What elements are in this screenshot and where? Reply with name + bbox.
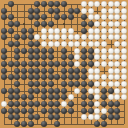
black-stone [88,54,94,60]
star-point [63,23,65,25]
black-stone [114,101,120,107]
black-stone [34,68,40,74]
black-stone [8,101,14,107]
black-stone [68,68,74,74]
black-stone [88,108,94,114]
go-board[interactable] [0,0,128,128]
white-stone [41,41,47,47]
black-stone [28,81,34,87]
white-stone [114,88,120,94]
black-stone [28,54,34,60]
black-stone [48,108,54,114]
white-stone [101,74,107,80]
white-stone [101,1,107,7]
white-stone [101,61,107,67]
white-stone [68,94,74,100]
black-stone [28,94,34,100]
white-stone [94,14,100,20]
black-stone [41,61,47,67]
black-stone [14,41,20,47]
black-stone [61,1,67,7]
black-stone [81,61,87,67]
black-stone [21,101,27,107]
white-stone [121,61,127,67]
black-stone [54,108,60,114]
black-stone [41,14,47,20]
black-stone [34,114,40,120]
black-stone [48,101,54,107]
black-stone [8,14,14,20]
black-stone [74,68,80,74]
black-stone [54,61,60,67]
black-stone [54,14,60,20]
black-stone [81,81,87,87]
white-stone [88,114,94,120]
black-stone [81,28,87,34]
black-stone [21,74,27,80]
black-stone [48,88,54,94]
white-stone [108,94,114,100]
black-stone [14,61,20,67]
white-stone [114,48,120,54]
white-stone [34,34,40,40]
white-stone [114,81,120,87]
black-stone [88,21,94,27]
black-stone [21,48,27,54]
white-stone [74,48,80,54]
white-stone [101,8,107,14]
black-stone [41,68,47,74]
black-stone [48,54,54,60]
black-stone [101,94,107,100]
black-stone [48,74,54,80]
black-stone [94,121,100,127]
black-stone [8,28,14,34]
white-stone [94,48,100,54]
white-stone [101,21,107,27]
white-stone [48,41,54,47]
black-stone [54,121,60,127]
black-stone [108,88,114,94]
black-stone [48,61,54,67]
white-stone [74,34,80,40]
black-stone [81,74,87,80]
white-stone [88,41,94,47]
white-stone [101,41,107,47]
white-stone [114,41,120,47]
white-stone [121,1,127,7]
black-stone [34,8,40,14]
black-stone [68,101,74,107]
black-stone [48,81,54,87]
white-stone [114,8,120,14]
black-stone [81,94,87,100]
white-stone [81,1,87,7]
black-stone [14,121,20,127]
white-stone [74,54,80,60]
white-stone [41,34,47,40]
white-stone [114,21,120,27]
black-stone [108,108,114,114]
black-stone [14,108,20,114]
black-stone [48,1,54,7]
black-stone [8,108,14,114]
white-stone [88,68,94,74]
white-stone [1,101,7,107]
black-stone [28,68,34,74]
black-stone [14,68,20,74]
black-stone [48,94,54,100]
black-stone [74,81,80,87]
white-stone [61,101,67,107]
black-stone [41,121,47,127]
black-stone [54,101,60,107]
white-stone [114,94,120,100]
white-stone [121,88,127,94]
black-stone [28,114,34,120]
black-stone [88,48,94,54]
white-stone [108,28,114,34]
black-stone [101,114,107,120]
black-stone [34,1,40,7]
white-stone [108,68,114,74]
white-stone [74,41,80,47]
black-stone [41,88,47,94]
white-stone [114,14,120,20]
black-stone [8,1,14,7]
white-stone [108,8,114,14]
white-stone [94,68,100,74]
white-stone [68,34,74,40]
black-stone [28,108,34,114]
black-stone [1,8,7,14]
black-stone [61,94,67,100]
black-stone [14,114,20,120]
black-stone [14,34,20,40]
black-stone [88,101,94,107]
white-stone [101,34,107,40]
black-stone [54,94,60,100]
black-stone [101,101,107,107]
black-stone [61,54,67,60]
black-stone [28,28,34,34]
white-stone [81,114,87,120]
black-stone [41,81,47,87]
black-stone [54,8,60,14]
white-stone [68,41,74,47]
black-stone [28,61,34,67]
white-stone [88,74,94,80]
white-stone [94,1,100,7]
white-stone [114,61,120,67]
black-stone [1,88,7,94]
black-stone [1,34,7,40]
black-stone [61,88,67,94]
black-stone [1,48,7,54]
white-stone [54,41,60,47]
white-stone [74,88,80,94]
white-stone [94,21,100,27]
white-stone [94,108,100,114]
black-stone [48,114,54,120]
black-stone [74,8,80,14]
white-stone [81,41,87,47]
white-stone [101,14,107,20]
black-stone [34,14,40,20]
black-stone [61,74,67,80]
black-stone [34,48,40,54]
black-stone [114,114,120,120]
black-stone [1,74,7,80]
white-stone [108,61,114,67]
white-stone [81,34,87,40]
white-stone [121,74,127,80]
white-stone [101,108,107,114]
black-stone [14,94,20,100]
white-stone [121,28,127,34]
black-stone [81,88,87,94]
black-stone [28,74,34,80]
black-stone [28,88,34,94]
black-stone [41,74,47,80]
black-stone [41,1,47,7]
black-stone [14,54,20,60]
black-stone [54,88,60,94]
white-stone [61,34,67,40]
black-stone [34,61,40,67]
black-stone [34,74,40,80]
black-stone [81,108,87,114]
white-stone [108,74,114,80]
black-stone [21,121,27,127]
white-stone [94,61,100,67]
white-stone [54,28,60,34]
black-stone [101,121,107,127]
black-stone [81,101,87,107]
white-stone [121,21,127,27]
white-stone [88,14,94,20]
black-stone [1,14,7,20]
black-stone [81,48,87,54]
black-stone [61,14,67,20]
white-stone [61,28,67,34]
black-stone [21,28,27,34]
white-stone [108,21,114,27]
white-stone [101,54,107,60]
black-stone [41,108,47,114]
black-stone [68,74,74,80]
black-stone [8,41,14,47]
black-stone [54,1,60,7]
white-stone [121,48,127,54]
black-stone [21,108,27,114]
white-stone [88,8,94,14]
black-stone [61,108,67,114]
white-stone [94,88,100,94]
black-stone [14,101,20,107]
black-stone [81,68,87,74]
white-stone [74,61,80,67]
white-stone [94,114,100,120]
white-stone [81,8,87,14]
black-stone [1,61,7,67]
black-stone [41,54,47,60]
black-stone [8,94,14,100]
black-stone [81,14,87,20]
black-stone [14,81,20,87]
white-stone [94,81,100,87]
black-stone [68,81,74,87]
black-stone [28,34,34,40]
white-stone [61,41,67,47]
white-stone [88,28,94,34]
white-stone [114,34,120,40]
black-stone [28,8,34,14]
black-stone [48,8,54,14]
black-stone [68,14,74,20]
white-stone [101,48,107,54]
black-stone [88,81,94,87]
black-stone [68,8,74,14]
black-stone [1,54,7,60]
white-stone [114,74,120,80]
white-stone [94,54,100,60]
black-stone [21,61,27,67]
black-stone [114,108,120,114]
white-stone [121,14,127,20]
black-stone [34,88,40,94]
black-stone [74,74,80,80]
white-stone [114,54,120,60]
black-stone [88,61,94,67]
white-stone [101,81,107,87]
black-stone [41,101,47,107]
black-stone [1,108,7,114]
black-stone [48,21,54,27]
black-stone [28,101,34,107]
white-stone [88,88,94,94]
white-stone [48,34,54,40]
white-stone [48,28,54,34]
white-stone [121,68,127,74]
white-stone [108,1,114,7]
white-stone [88,1,94,7]
white-stone [94,74,100,80]
black-stone [14,48,20,54]
black-stone [8,74,14,80]
black-stone [21,68,27,74]
black-stone [81,54,87,60]
black-stone [1,68,7,74]
black-stone [101,88,107,94]
white-stone [101,28,107,34]
white-stone [94,101,100,107]
white-stone [121,8,127,14]
black-stone [81,21,87,27]
white-stone [114,68,120,74]
black-stone [34,41,40,47]
black-stone [8,21,14,27]
black-stone [14,88,20,94]
black-stone [54,114,60,120]
white-stone [41,28,47,34]
star-point [23,23,25,25]
white-stone [121,94,127,100]
white-stone [114,28,120,34]
white-stone [88,34,94,40]
black-stone [28,121,34,127]
white-stone [94,34,100,40]
black-stone [34,54,40,60]
black-stone [61,81,67,87]
white-stone [108,48,114,54]
white-stone [121,41,127,47]
black-stone [68,54,74,60]
black-stone [48,48,54,54]
white-stone [108,14,114,20]
black-stone [14,74,20,80]
black-stone [28,14,34,20]
black-stone [34,101,40,107]
white-stone [94,28,100,34]
white-stone [121,34,127,40]
black-stone [41,94,47,100]
black-stone [41,21,47,27]
white-stone [94,94,100,100]
black-stone [8,114,14,120]
white-stone [54,34,60,40]
black-stone [61,48,67,54]
black-stone [21,94,27,100]
black-stone [68,108,74,114]
white-stone [121,54,127,60]
black-stone [8,61,14,67]
black-stone [8,88,14,94]
black-stone [54,74,60,80]
black-stone [21,34,27,40]
black-stone [108,114,114,120]
white-stone [114,1,120,7]
black-stone [34,81,40,87]
black-stone [28,48,34,54]
black-stone [28,41,34,47]
black-stone [34,21,40,27]
black-stone [41,48,47,54]
black-stone [88,94,94,100]
white-stone [108,54,114,60]
white-stone [108,34,114,40]
white-stone [108,81,114,87]
black-stone [48,68,54,74]
black-stone [108,101,114,107]
black-stone [61,68,67,74]
white-stone [121,81,127,87]
black-stone [1,28,7,34]
white-stone [94,41,100,47]
black-stone [14,21,20,27]
white-stone [68,28,74,34]
black-stone [68,61,74,67]
black-stone [61,61,67,67]
